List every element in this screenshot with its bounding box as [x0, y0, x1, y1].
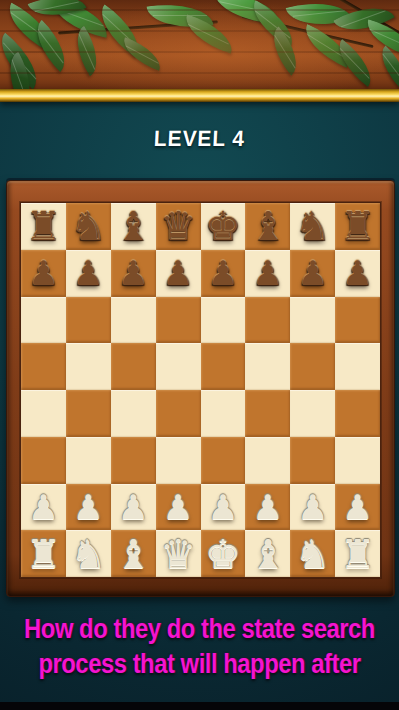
square-g2[interactable]: ♟	[290, 484, 335, 531]
square-b1[interactable]: ♞	[66, 530, 111, 577]
square-a8[interactable]: ♜	[21, 203, 66, 250]
leaf	[286, 0, 353, 35]
square-g3[interactable]	[290, 437, 335, 484]
square-c2[interactable]: ♟	[111, 484, 156, 531]
square-a4[interactable]	[21, 390, 66, 437]
piece-black-bishop: ♝	[115, 206, 151, 246]
leaf	[25, 20, 77, 72]
square-f5[interactable]	[245, 343, 290, 390]
piece-white-bishop: ♝	[115, 534, 151, 574]
square-f4[interactable]	[245, 390, 290, 437]
leaf	[0, 51, 43, 90]
piece-white-pawn: ♟	[28, 490, 58, 524]
caption-text: How do they do the state search process …	[24, 612, 375, 682]
branch	[335, 0, 399, 40]
square-b3[interactable]	[66, 437, 111, 484]
square-h5[interactable]	[335, 343, 380, 390]
piece-white-pawn: ♟	[253, 490, 283, 524]
piece-white-rook: ♜	[26, 534, 62, 574]
piece-white-pawn: ♟	[208, 490, 238, 524]
square-d5[interactable]	[156, 343, 201, 390]
piece-white-knight: ♞	[295, 534, 331, 574]
square-g4[interactable]	[290, 390, 335, 437]
piece-white-knight: ♞	[70, 534, 106, 574]
square-h3[interactable]	[335, 437, 380, 484]
piece-black-pawn: ♟	[253, 256, 283, 290]
square-b5[interactable]	[66, 343, 111, 390]
square-c7[interactable]: ♟	[111, 250, 156, 297]
piece-white-pawn: ♟	[297, 490, 327, 524]
piece-black-knight: ♞	[295, 206, 331, 246]
leaf	[48, 0, 113, 38]
square-d6[interactable]	[156, 297, 201, 344]
wood-plank-header	[0, 0, 399, 90]
square-g7[interactable]: ♟	[290, 250, 335, 297]
square-f7[interactable]: ♟	[245, 250, 290, 297]
square-e1[interactable]: ♚	[201, 530, 246, 577]
square-d8[interactable]: ♛	[156, 203, 201, 250]
square-g8[interactable]: ♞	[290, 203, 335, 250]
leaf	[297, 24, 356, 68]
leaf	[146, 0, 213, 34]
piece-black-knight: ♞	[70, 206, 106, 246]
square-a7[interactable]: ♟	[21, 250, 66, 297]
piece-black-pawn: ♟	[73, 256, 103, 290]
chess-board[interactable]: ♜♞♝♛♚♝♞♜♟♟♟♟♟♟♟♟♟♟♟♟♟♟♟♟♜♞♝♛♚♝♞♜	[20, 202, 381, 578]
square-b7[interactable]: ♟	[66, 250, 111, 297]
square-a3[interactable]	[21, 437, 66, 484]
piece-white-king: ♚	[205, 534, 241, 574]
square-c6[interactable]	[111, 297, 156, 344]
square-d7[interactable]: ♟	[156, 250, 201, 297]
piece-black-pawn: ♟	[28, 256, 58, 290]
leaf	[0, 32, 50, 89]
square-c5[interactable]	[111, 343, 156, 390]
piece-white-bishop: ♝	[250, 534, 286, 574]
piece-white-queen: ♛	[160, 534, 196, 574]
piece-black-king: ♚	[205, 206, 241, 246]
square-c8[interactable]: ♝	[111, 203, 156, 250]
square-g1[interactable]: ♞	[290, 530, 335, 577]
square-a6[interactable]	[21, 297, 66, 344]
leaf	[362, 19, 399, 56]
leaf	[213, 0, 281, 24]
piece-white-rook: ♜	[340, 534, 376, 574]
piece-white-pawn: ♟	[342, 490, 372, 524]
square-d2[interactable]: ♟	[156, 484, 201, 531]
piece-black-pawn: ♟	[297, 256, 327, 290]
square-f1[interactable]: ♝	[245, 530, 290, 577]
piece-black-rook: ♜	[26, 206, 62, 246]
square-e8[interactable]: ♚	[201, 203, 246, 250]
square-h6[interactable]	[335, 297, 380, 344]
piece-black-pawn: ♟	[163, 256, 193, 290]
square-f8[interactable]: ♝	[245, 203, 290, 250]
square-b8[interactable]: ♞	[66, 203, 111, 250]
caption-line-2: process that will happen after	[24, 647, 375, 682]
caption-line-1: How do they do the state search	[24, 612, 375, 647]
square-d4[interactable]	[156, 390, 201, 437]
piece-black-pawn: ♟	[208, 256, 238, 290]
branch	[241, 15, 373, 48]
square-e4[interactable]	[201, 390, 246, 437]
leaf	[180, 14, 239, 54]
leaf	[28, 0, 87, 27]
square-e5[interactable]	[201, 343, 246, 390]
square-a2[interactable]: ♟	[21, 484, 66, 531]
piece-white-pawn: ♟	[118, 490, 148, 524]
game-screen: LEVEL 4 ♜♞♝♛♚♝♞♜♟♟♟♟♟♟♟♟♟♟♟♟♟♟♟♟♜♞♝♛♚♝♞♜…	[0, 0, 399, 710]
leaf	[329, 39, 382, 87]
square-h7[interactable]: ♟	[335, 250, 380, 297]
leaf	[333, 0, 395, 44]
square-c4[interactable]	[111, 390, 156, 437]
bottom-bar	[0, 702, 399, 710]
leaf	[262, 26, 308, 75]
leaf	[118, 37, 166, 71]
square-a5[interactable]	[21, 343, 66, 390]
square-a1[interactable]: ♜	[21, 530, 66, 577]
square-f3[interactable]	[245, 437, 290, 484]
leaf	[371, 45, 399, 90]
piece-black-pawn: ♟	[118, 256, 148, 290]
piece-black-queen: ♛	[160, 206, 196, 246]
leaf	[0, 2, 61, 51]
square-b6[interactable]	[66, 297, 111, 344]
square-b4[interactable]	[66, 390, 111, 437]
level-title: LEVEL 4	[9, 126, 389, 152]
square-e6[interactable]	[201, 297, 246, 344]
square-f6[interactable]	[245, 297, 290, 344]
square-h1[interactable]: ♜	[335, 530, 380, 577]
gold-divider	[0, 89, 399, 102]
square-g5[interactable]	[290, 343, 335, 390]
square-e7[interactable]: ♟	[201, 250, 246, 297]
piece-black-rook: ♜	[340, 206, 376, 246]
square-d1[interactable]: ♛	[156, 530, 201, 577]
leaf	[65, 26, 108, 77]
square-f2[interactable]: ♟	[245, 484, 290, 531]
square-e3[interactable]	[201, 437, 246, 484]
piece-black-pawn: ♟	[342, 256, 372, 290]
square-h4[interactable]	[335, 390, 380, 437]
branch	[58, 20, 218, 34]
square-g6[interactable]	[290, 297, 335, 344]
piece-black-bishop: ♝	[250, 206, 286, 246]
square-d3[interactable]	[156, 437, 201, 484]
leaf	[90, 4, 151, 57]
square-c3[interactable]	[111, 437, 156, 484]
square-h2[interactable]: ♟	[335, 484, 380, 531]
leaf	[244, 0, 303, 48]
square-h8[interactable]: ♜	[335, 203, 380, 250]
square-b2[interactable]: ♟	[66, 484, 111, 531]
square-e2[interactable]: ♟	[201, 484, 246, 531]
square-c1[interactable]: ♝	[111, 530, 156, 577]
piece-white-pawn: ♟	[73, 490, 103, 524]
piece-white-pawn: ♟	[163, 490, 193, 524]
board-frame: ♜♞♝♛♚♝♞♜♟♟♟♟♟♟♟♟♟♟♟♟♟♟♟♟♜♞♝♛♚♝♞♜	[6, 180, 395, 597]
